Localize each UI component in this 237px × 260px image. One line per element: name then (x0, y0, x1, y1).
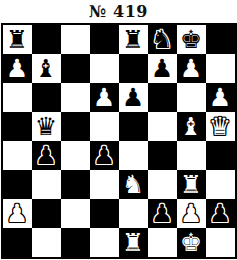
white-king-piece: ♚ (180, 228, 202, 257)
white-pawn-piece: ♟ (93, 83, 115, 112)
square-h3[interactable] (206, 170, 235, 199)
square-h1[interactable] (206, 228, 235, 257)
square-h5[interactable]: ♛ (206, 112, 235, 141)
black-pawn-piece: ♟ (93, 141, 115, 170)
black-rook-piece: ♜ (122, 25, 144, 54)
square-b7[interactable]: ♝ (32, 54, 61, 83)
square-a2[interactable]: ♟ (3, 199, 32, 228)
square-f2[interactable]: ♟ (148, 199, 177, 228)
square-g3[interactable]: ♜ (177, 170, 206, 199)
square-d5[interactable] (90, 112, 119, 141)
white-knight-piece: ♞ (122, 170, 144, 199)
square-a3[interactable] (3, 170, 32, 199)
square-c8[interactable] (61, 25, 90, 54)
square-g6[interactable] (177, 83, 206, 112)
black-king-piece: ♚ (180, 25, 202, 54)
square-f6[interactable] (148, 83, 177, 112)
black-pawn-piece: ♟ (122, 83, 144, 112)
square-c2[interactable] (61, 199, 90, 228)
square-b8[interactable] (32, 25, 61, 54)
square-b1[interactable] (32, 228, 61, 257)
white-pawn-piece: ♟ (180, 54, 202, 83)
square-a8[interactable]: ♜ (3, 25, 32, 54)
square-g5[interactable]: ♝ (177, 112, 206, 141)
square-e8[interactable]: ♜ (119, 25, 148, 54)
square-h8[interactable] (206, 25, 235, 54)
square-c3[interactable] (61, 170, 90, 199)
square-c1[interactable] (61, 228, 90, 257)
square-g2[interactable]: ♟ (177, 199, 206, 228)
square-a6[interactable] (3, 83, 32, 112)
black-bishop-piece: ♝ (35, 54, 57, 83)
square-d1[interactable] (90, 228, 119, 257)
white-rook-piece: ♜ (180, 170, 202, 199)
square-b6[interactable] (32, 83, 61, 112)
square-f8[interactable]: ♞ (148, 25, 177, 54)
square-g4[interactable] (177, 141, 206, 170)
square-h4[interactable] (206, 141, 235, 170)
square-b3[interactable] (32, 170, 61, 199)
square-d8[interactable] (90, 25, 119, 54)
square-d3[interactable] (90, 170, 119, 199)
black-knight-piece: ♞ (151, 25, 173, 54)
square-b4[interactable]: ♟ (32, 141, 61, 170)
black-pawn-piece: ♟ (151, 54, 173, 83)
square-a1[interactable] (3, 228, 32, 257)
black-queen-piece: ♛ (35, 112, 57, 141)
white-pawn-piece: ♟ (180, 199, 202, 228)
square-d6[interactable]: ♟ (90, 83, 119, 112)
square-f4[interactable] (148, 141, 177, 170)
square-e7[interactable] (119, 54, 148, 83)
square-f1[interactable] (148, 228, 177, 257)
square-c4[interactable] (61, 141, 90, 170)
square-e6[interactable]: ♟ (119, 83, 148, 112)
square-f7[interactable]: ♟ (148, 54, 177, 83)
square-d7[interactable] (90, 54, 119, 83)
square-h2[interactable]: ♟ (206, 199, 235, 228)
square-e3[interactable]: ♞ (119, 170, 148, 199)
square-d2[interactable] (90, 199, 119, 228)
square-c7[interactable] (61, 54, 90, 83)
square-a7[interactable]: ♟ (3, 54, 32, 83)
square-a4[interactable] (3, 141, 32, 170)
square-b2[interactable] (32, 199, 61, 228)
black-rook-piece: ♜ (6, 25, 28, 54)
white-pawn-piece: ♟ (6, 199, 28, 228)
square-e4[interactable] (119, 141, 148, 170)
white-pawn-piece: ♟ (6, 54, 28, 83)
square-f3[interactable] (148, 170, 177, 199)
square-f5[interactable] (148, 112, 177, 141)
white-queen-piece: ♛ (209, 112, 231, 141)
black-pawn-piece: ♟ (151, 199, 173, 228)
square-e2[interactable] (119, 199, 148, 228)
square-g1[interactable]: ♚ (177, 228, 206, 257)
chess-board: ♜♜♞♚♟♝♟♟♟♟♟♛♝♛♟♟♞♜♟♟♟♟♜♚ (1, 23, 237, 259)
square-c5[interactable] (61, 112, 90, 141)
square-g7[interactable]: ♟ (177, 54, 206, 83)
black-pawn-piece: ♟ (209, 199, 231, 228)
square-a5[interactable] (3, 112, 32, 141)
puzzle-page: № 419 ♜♜♞♚♟♝♟♟♟♟♟♛♝♛♟♟♞♜♟♟♟♟♜♚ (0, 0, 237, 259)
puzzle-number: № 419 (0, 0, 237, 23)
square-h7[interactable] (206, 54, 235, 83)
square-g8[interactable]: ♚ (177, 25, 206, 54)
white-bishop-piece: ♝ (180, 112, 202, 141)
square-h6[interactable]: ♟ (206, 83, 235, 112)
white-rook-piece: ♜ (122, 228, 144, 257)
white-pawn-piece: ♟ (209, 83, 231, 112)
square-b5[interactable]: ♛ (32, 112, 61, 141)
square-c6[interactable] (61, 83, 90, 112)
black-pawn-piece: ♟ (35, 141, 57, 170)
square-d4[interactable]: ♟ (90, 141, 119, 170)
square-e1[interactable]: ♜ (119, 228, 148, 257)
square-e5[interactable] (119, 112, 148, 141)
